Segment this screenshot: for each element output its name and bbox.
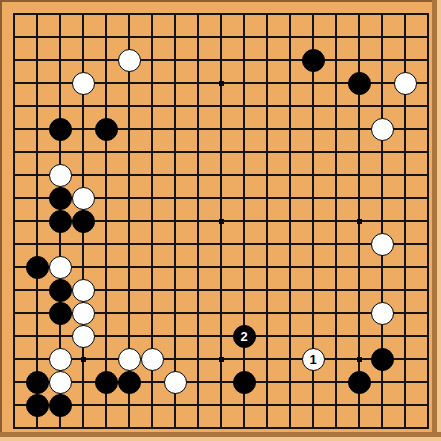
black-stone-move-2: 2 [233, 325, 256, 348]
black-stone [49, 279, 72, 302]
white-stone [72, 325, 95, 348]
grid-line-horizontal [13, 427, 429, 429]
grid-line-horizontal [13, 404, 429, 406]
grid-line-vertical [266, 13, 268, 429]
white-stone [118, 348, 141, 371]
move-number-label: 1 [309, 353, 316, 366]
black-stone [26, 371, 49, 394]
black-stone [49, 302, 72, 325]
black-stone [49, 118, 72, 141]
black-stone [49, 394, 72, 417]
go-board[interactable]: 21 [0, 0, 441, 441]
white-stone [118, 49, 141, 72]
grid-line-horizontal [13, 243, 429, 245]
board-frame-bottom-light [0, 437, 441, 441]
move-number-label: 2 [240, 330, 247, 343]
white-stone [72, 279, 95, 302]
white-stone [49, 164, 72, 187]
hoshi-point [81, 357, 86, 362]
white-stone [72, 302, 95, 325]
black-stone [26, 256, 49, 279]
hoshi-point [357, 357, 362, 362]
white-stone [72, 72, 95, 95]
hoshi-point [219, 81, 224, 86]
board-frame-right-light [437, 0, 441, 441]
white-stone [49, 256, 72, 279]
grid-line-vertical [289, 13, 291, 429]
white-stone [371, 302, 394, 325]
black-stone [49, 187, 72, 210]
grid-line-vertical [243, 13, 245, 429]
black-stone [348, 72, 371, 95]
black-stone [371, 348, 394, 371]
black-stone [72, 210, 95, 233]
white-stone [141, 348, 164, 371]
white-stone [394, 72, 417, 95]
hoshi-point [219, 357, 224, 362]
white-stone [371, 118, 394, 141]
black-stone [302, 49, 325, 72]
board-frame-left [0, 0, 2, 441]
black-stone [118, 371, 141, 394]
black-stone [233, 371, 256, 394]
grid-line-horizontal [13, 266, 429, 268]
board-frame-top [0, 0, 441, 2]
grid-line-vertical [335, 13, 337, 429]
grid-line-vertical [427, 13, 429, 429]
white-stone [164, 371, 187, 394]
white-stone [49, 371, 72, 394]
white-stone [49, 348, 72, 371]
hoshi-point [357, 219, 362, 224]
hoshi-point [219, 219, 224, 224]
white-stone [371, 233, 394, 256]
black-stone [26, 394, 49, 417]
white-stone [72, 187, 95, 210]
white-stone-move-1: 1 [302, 348, 325, 371]
black-stone [95, 118, 118, 141]
black-stone [348, 371, 371, 394]
black-stone [49, 210, 72, 233]
black-stone [95, 371, 118, 394]
